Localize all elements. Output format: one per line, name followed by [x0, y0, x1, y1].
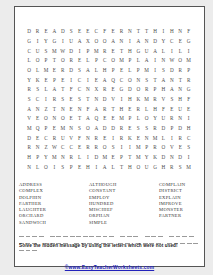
grid-cell: N: [168, 75, 176, 85]
grid-cell: P: [117, 153, 125, 163]
grid-cell: T: [142, 27, 150, 37]
grid-cell: F: [184, 27, 192, 37]
grid-cell: A: [75, 37, 83, 47]
grid-cell: P: [184, 66, 192, 76]
grid-cell: H: [176, 95, 184, 105]
grid-cell: Z: [42, 105, 50, 115]
grid-cell: A: [101, 75, 109, 85]
grid-cell: N: [142, 134, 150, 144]
word-bank: ADDRESSCOMPLEXDOLPHINFARTHERLAUGHTERORCH…: [19, 182, 201, 226]
grid-cell: U: [142, 163, 150, 173]
grid-cell: R: [25, 85, 33, 95]
grid-cell: H: [151, 105, 159, 115]
grid-cell: M: [151, 134, 159, 144]
word-search-grid: DREADSEECFERNTTHIHNFGIYGIUAXOOANIANDYCEG…: [25, 27, 193, 172]
grid-cell: P: [109, 66, 117, 76]
grid-cell: N: [84, 134, 92, 144]
grid-cell: E: [75, 163, 83, 173]
grid-cell: S: [159, 66, 167, 76]
grid-cell: H: [168, 27, 176, 37]
grid-cell: E: [92, 75, 100, 85]
grid-cell: D: [92, 153, 100, 163]
grid-cell: K: [33, 75, 41, 85]
grid-cell: T: [50, 56, 58, 66]
grid-cell: M: [117, 114, 125, 124]
grid-cell: A: [109, 37, 117, 47]
grid-cell: O: [42, 114, 50, 124]
grid-cell: U: [159, 114, 167, 124]
grid-cell: R: [92, 143, 100, 153]
grid-cell: C: [33, 95, 41, 105]
grid-cell: G: [184, 37, 192, 47]
grid-cell: R: [184, 75, 192, 85]
word-bank-item: PARTNER: [159, 213, 201, 219]
grid-cell: O: [101, 37, 109, 47]
grid-cell: N: [142, 37, 150, 47]
grid-cell: P: [42, 124, 50, 134]
grid-cell: E: [67, 95, 75, 105]
grid-cell: L: [33, 163, 41, 173]
grid-cell: I: [126, 37, 134, 47]
grid-cell: D: [25, 134, 33, 144]
grid-cell: A: [50, 27, 58, 37]
grid-cell: F: [75, 134, 83, 144]
grid-cell: M: [42, 66, 50, 76]
grid-cell: G: [50, 37, 58, 47]
grid-cell: O: [109, 56, 117, 66]
grid-cell: H: [159, 85, 167, 95]
grid-cell: O: [59, 114, 67, 124]
grid-cell: S: [33, 85, 41, 95]
grid-cell: P: [67, 163, 75, 173]
grid-cell: N: [33, 143, 41, 153]
grid-cell: F: [184, 95, 192, 105]
grid-cell: H: [126, 46, 134, 56]
grid-cell: O: [25, 66, 33, 76]
grid-cell: D: [168, 66, 176, 76]
grid-cell: E: [184, 105, 192, 115]
grid-cell: T: [117, 46, 125, 56]
grid-cell: D: [176, 153, 184, 163]
grid-cell: F: [84, 105, 92, 115]
grid-cell: C: [67, 143, 75, 153]
grid-cell: H: [159, 163, 167, 173]
grid-cell: T: [126, 153, 134, 163]
grid-cell: T: [75, 114, 83, 124]
grid-cell: R: [151, 143, 159, 153]
grid-cell: V: [67, 134, 75, 144]
grid-cell: E: [84, 27, 92, 37]
grid-cell: I: [109, 134, 117, 144]
grid-cell: E: [42, 27, 50, 37]
grid-cell: R: [151, 95, 159, 105]
grid-cell: R: [50, 95, 58, 105]
grid-cell: E: [59, 75, 67, 85]
grid-cell: P: [33, 153, 41, 163]
grid-cell: O: [33, 56, 41, 66]
grid-cell: W: [50, 143, 58, 153]
grid-cell: N: [176, 85, 184, 95]
grid-cell: C: [184, 134, 192, 144]
grid-cell: I: [92, 163, 100, 173]
grid-cell: V: [168, 143, 176, 153]
grid-cell: Q: [109, 75, 117, 85]
grid-cell: A: [142, 56, 150, 66]
grid-cell: D: [126, 85, 134, 95]
grid-cell: E: [109, 153, 117, 163]
grid-cell: O: [126, 75, 134, 85]
grid-cell: S: [42, 46, 50, 56]
grid-cell: E: [126, 105, 134, 115]
grid-cell: G: [151, 163, 159, 173]
grid-cell: F: [67, 85, 75, 95]
grid-cell: A: [25, 105, 33, 115]
grid-cell: W: [59, 46, 67, 56]
grid-cell: S: [75, 95, 83, 105]
grid-cell: N: [176, 114, 184, 124]
grid-cell: N: [59, 153, 67, 163]
grid-cell: T: [117, 163, 125, 173]
grid-cell: E: [101, 134, 109, 144]
grid-cell: O: [59, 56, 67, 66]
grid-cell: C: [75, 85, 83, 95]
grid-cell: M: [142, 95, 150, 105]
grid-cell: E: [42, 75, 50, 85]
grid-cell: S: [59, 163, 67, 173]
grid-cell: K: [126, 134, 134, 144]
grid-cell: I: [84, 75, 92, 85]
grid-cell: V: [159, 95, 167, 105]
grid-cell: L: [159, 134, 167, 144]
grid-cell: L: [42, 85, 50, 95]
grid-cell: K: [151, 153, 159, 163]
grid-cell: O: [84, 124, 92, 134]
grid-cell: A: [84, 114, 92, 124]
grid-cell: A: [159, 75, 167, 85]
blank-line: [19, 223, 201, 230]
grid-cell: I: [151, 56, 159, 66]
grid-cell: S: [75, 124, 83, 134]
grid-cell: Y: [151, 114, 159, 124]
grid-cell: R: [176, 134, 184, 144]
grid-cell: M: [25, 124, 33, 134]
grid-cell: D: [109, 124, 117, 134]
instruction-text: Solve the hidden message by using the le…: [19, 243, 203, 249]
grid-cell: G: [134, 46, 142, 56]
grid-cell: I: [50, 163, 58, 173]
grid-cell: Z: [42, 143, 50, 153]
grid-cell: E: [109, 27, 117, 37]
grid-cell: H: [101, 66, 109, 76]
grid-cell: D: [159, 153, 167, 163]
grid-cell: T: [59, 85, 67, 95]
grid-cell: P: [134, 66, 142, 76]
grid-cell: N: [25, 163, 33, 173]
grid-cell: X: [92, 85, 100, 95]
word-bank-column: ADDRESSCOMPLEXDOLPHINFARTHERLAUGHTERORCH…: [19, 182, 89, 226]
grid-cell: K: [134, 95, 142, 105]
grid-cell: R: [92, 134, 100, 144]
grid-cell: M: [184, 163, 192, 173]
grid-cell: Q: [33, 124, 41, 134]
footer: ©www.EasyTeacherWorksheets.com: [15, 255, 204, 273]
grid-cell: V: [109, 95, 117, 105]
grid-cell: H: [126, 95, 134, 105]
grid-cell: H: [25, 153, 33, 163]
grid-cell: I: [42, 95, 50, 105]
grid-cell: R: [67, 153, 75, 163]
grid-cell: M: [134, 153, 142, 163]
grid-cell: T: [109, 105, 117, 115]
grid-cell: E: [50, 124, 58, 134]
grid-cell: R: [33, 27, 41, 37]
grid-cell: C: [59, 143, 67, 153]
grid-cell: L: [159, 46, 167, 56]
grid-cell: M: [92, 46, 100, 56]
grid-cell: D: [67, 46, 75, 56]
grid-cell: M: [50, 46, 58, 56]
grid-cell: S: [75, 66, 83, 76]
grid-cell: I: [117, 143, 125, 153]
grid-cell: P: [84, 46, 92, 56]
grid-cell: N: [134, 75, 142, 85]
grid-cell: E: [176, 143, 184, 153]
grid-cell: O: [134, 85, 142, 95]
grid-cell: S: [25, 95, 33, 105]
grid-cell: L: [134, 56, 142, 66]
grid-cell: R: [168, 163, 176, 173]
grid-cell: R: [59, 66, 67, 76]
grid-cell: C: [75, 75, 83, 85]
grid-cell: O: [159, 143, 167, 153]
grid-cell: E: [33, 134, 41, 144]
grid-cell: L: [142, 105, 150, 115]
grid-cell: H: [184, 124, 192, 134]
worksheet-page: DREADSEECFERNTTHIHNFGIYGIUAXOOANIANDYCEG…: [14, 6, 205, 267]
grid-cell: F: [101, 27, 109, 37]
grid-cell: H: [84, 163, 92, 173]
grid-cell: L: [25, 56, 33, 66]
grid-cell: P: [126, 56, 134, 66]
grid-cell: I: [84, 153, 92, 163]
grid-cell: T: [50, 105, 58, 115]
grid-cell: T: [134, 27, 142, 37]
grid-cell: Y: [159, 37, 167, 47]
grid-cell: G: [184, 85, 192, 95]
grid-cell: A: [50, 85, 58, 95]
grid-cell: R: [142, 85, 150, 95]
grid-cell: L: [33, 66, 41, 76]
grid-cell: I: [75, 46, 83, 56]
hidden-message-blanks: [19, 223, 201, 244]
grid-cell: M: [50, 153, 58, 163]
grid-cell: I: [184, 153, 192, 163]
grid-cell: D: [25, 27, 33, 37]
grid-cell: R: [117, 134, 125, 144]
grid-cell: U: [176, 105, 184, 115]
grid-cell: E: [50, 66, 58, 76]
grid-cell: U: [59, 134, 67, 144]
grid-cell: T: [151, 75, 159, 85]
grid-cell: M: [59, 124, 67, 134]
grid-cell: R: [117, 124, 125, 134]
grid-cell: G: [25, 37, 33, 47]
grid-cell: M: [142, 66, 150, 76]
grid-cell: E: [117, 66, 125, 76]
grid-cell: E: [67, 114, 75, 124]
grid-cell: U: [33, 46, 41, 56]
grid-cell: H: [126, 163, 134, 173]
grid-cell: L: [126, 66, 134, 76]
word-bank-column: ALTHOUGHCONSTANTEMPLOYHUNDREDMISCHIEFORP…: [89, 182, 159, 226]
grid-cell: I: [59, 37, 67, 47]
grid-cell: L: [75, 153, 83, 163]
grid-cell: S: [176, 163, 184, 173]
grid-cell: Q: [92, 114, 100, 124]
grid-cell: O: [92, 37, 100, 47]
grid-cell: O: [176, 56, 184, 66]
grid-cell: I: [151, 66, 159, 76]
grid-cell: L: [109, 163, 117, 173]
grid-cell: C: [92, 27, 100, 37]
grid-cell: S: [134, 124, 142, 134]
grid-cell: R: [151, 124, 159, 134]
grid-cell: T: [176, 75, 184, 85]
grid-cell: I: [117, 95, 125, 105]
grid-cell: A: [168, 85, 176, 95]
grid-cell: M: [101, 153, 109, 163]
grid-cell: P: [142, 143, 150, 153]
grid-cell: M: [184, 56, 192, 66]
grid-cell: I: [33, 37, 41, 47]
grid-cell: O: [101, 143, 109, 153]
grid-cell: F: [159, 105, 167, 115]
blank-line: [19, 230, 201, 237]
grid-cell: A: [151, 46, 159, 56]
grid-cell: E: [75, 143, 83, 153]
grid-cell: S: [142, 75, 150, 85]
grid-cell: R: [134, 105, 142, 115]
grid-cell: P: [168, 124, 176, 134]
grid-cell: C: [25, 46, 33, 56]
grid-cell: D: [59, 27, 67, 37]
grid-cell: I: [184, 46, 192, 56]
grid-cell: P: [126, 114, 134, 124]
grid-cell: N: [67, 124, 75, 134]
grid-cell: S: [184, 143, 192, 153]
grid-cell: D: [67, 66, 75, 76]
grid-cell: E: [101, 114, 109, 124]
word-bank-column: COMPLAINDISTRICTEXPLAINIMPROVEMONSTERPAR…: [159, 182, 201, 226]
grid-cell: W: [168, 56, 176, 66]
grid-cell: R: [168, 114, 176, 124]
grid-cell: A: [134, 37, 142, 47]
grid-cell: R: [101, 46, 109, 56]
grid-cell: N: [168, 153, 176, 163]
grid-cell: E: [33, 114, 41, 124]
grid-cell: X: [84, 37, 92, 47]
grid-cell: R: [101, 105, 109, 115]
grid-cell: E: [168, 105, 176, 115]
grid-cell: G: [117, 85, 125, 95]
grid-cell: H: [117, 105, 125, 115]
grid-cell: H: [151, 27, 159, 37]
grid-cell: L: [176, 46, 184, 56]
grid-cell: O: [142, 114, 150, 124]
grid-cell: N: [92, 95, 100, 105]
grid-cell: P: [42, 56, 50, 66]
grid-cell: R: [84, 143, 92, 153]
grid-cell: M: [117, 56, 125, 66]
grid-cell: C: [117, 75, 125, 85]
grid-cell: O: [134, 163, 142, 173]
grid-cell: C: [101, 56, 109, 66]
grid-cell: N: [159, 56, 167, 66]
grid-cell: E: [75, 56, 83, 66]
grid-cell: N: [117, 37, 125, 47]
grid-cell: T: [84, 95, 92, 105]
grid-cell: E: [109, 46, 117, 56]
grid-cell: I: [168, 134, 176, 144]
grid-cell: Y: [42, 153, 50, 163]
grid-cell: S: [142, 124, 150, 134]
grid-cell: L: [134, 114, 142, 124]
grid-cell: P: [50, 75, 58, 85]
grid-cell: Y: [142, 153, 150, 163]
grid-cell: N: [59, 105, 67, 115]
grid-cell: I: [126, 143, 134, 153]
grid-cell: R: [117, 27, 125, 37]
footer-credit-link[interactable]: ©www.EasyTeacherWorksheets.com: [65, 265, 154, 270]
grid-cell: N: [126, 27, 134, 37]
grid-cell: L: [84, 56, 92, 66]
grid-cell: D: [159, 124, 167, 134]
grid-cell: P: [92, 56, 100, 66]
grid-cell: U: [142, 46, 150, 56]
grid-cell: Y: [25, 75, 33, 85]
grid-cell: U: [67, 37, 75, 47]
grid-cell: R: [101, 85, 109, 95]
grid-cell: C: [168, 37, 176, 47]
grid-cell: S: [168, 95, 176, 105]
grid-cell: N: [75, 105, 83, 115]
grid-cell: Y: [42, 37, 50, 47]
grid-cell: E: [176, 37, 184, 47]
grid-cell: D: [176, 124, 184, 134]
grid-cell: R: [67, 56, 75, 66]
grid-cell: A: [92, 105, 100, 115]
grid-cell: S: [109, 143, 117, 153]
grid-cell: E: [109, 85, 117, 95]
grid-cell: P: [151, 85, 159, 95]
grid-cell: L: [92, 66, 100, 76]
grid-cell: D: [101, 95, 109, 105]
grid-cell: A: [101, 163, 109, 173]
grid-cell: A: [84, 66, 92, 76]
grid-cell: N: [33, 105, 41, 115]
grid-cell: I: [168, 46, 176, 56]
grid-cell: E: [126, 124, 134, 134]
grid-cell: D: [151, 37, 159, 47]
grid-cell: A: [92, 124, 100, 134]
grid-cell: O: [42, 163, 50, 173]
grid-cell: S: [59, 95, 67, 105]
grid-cell: I: [159, 27, 167, 37]
grid-cell: D: [101, 124, 109, 134]
grid-cell: N: [50, 114, 58, 124]
grid-cell: R: [50, 134, 58, 144]
grid-cell: N: [176, 27, 184, 37]
